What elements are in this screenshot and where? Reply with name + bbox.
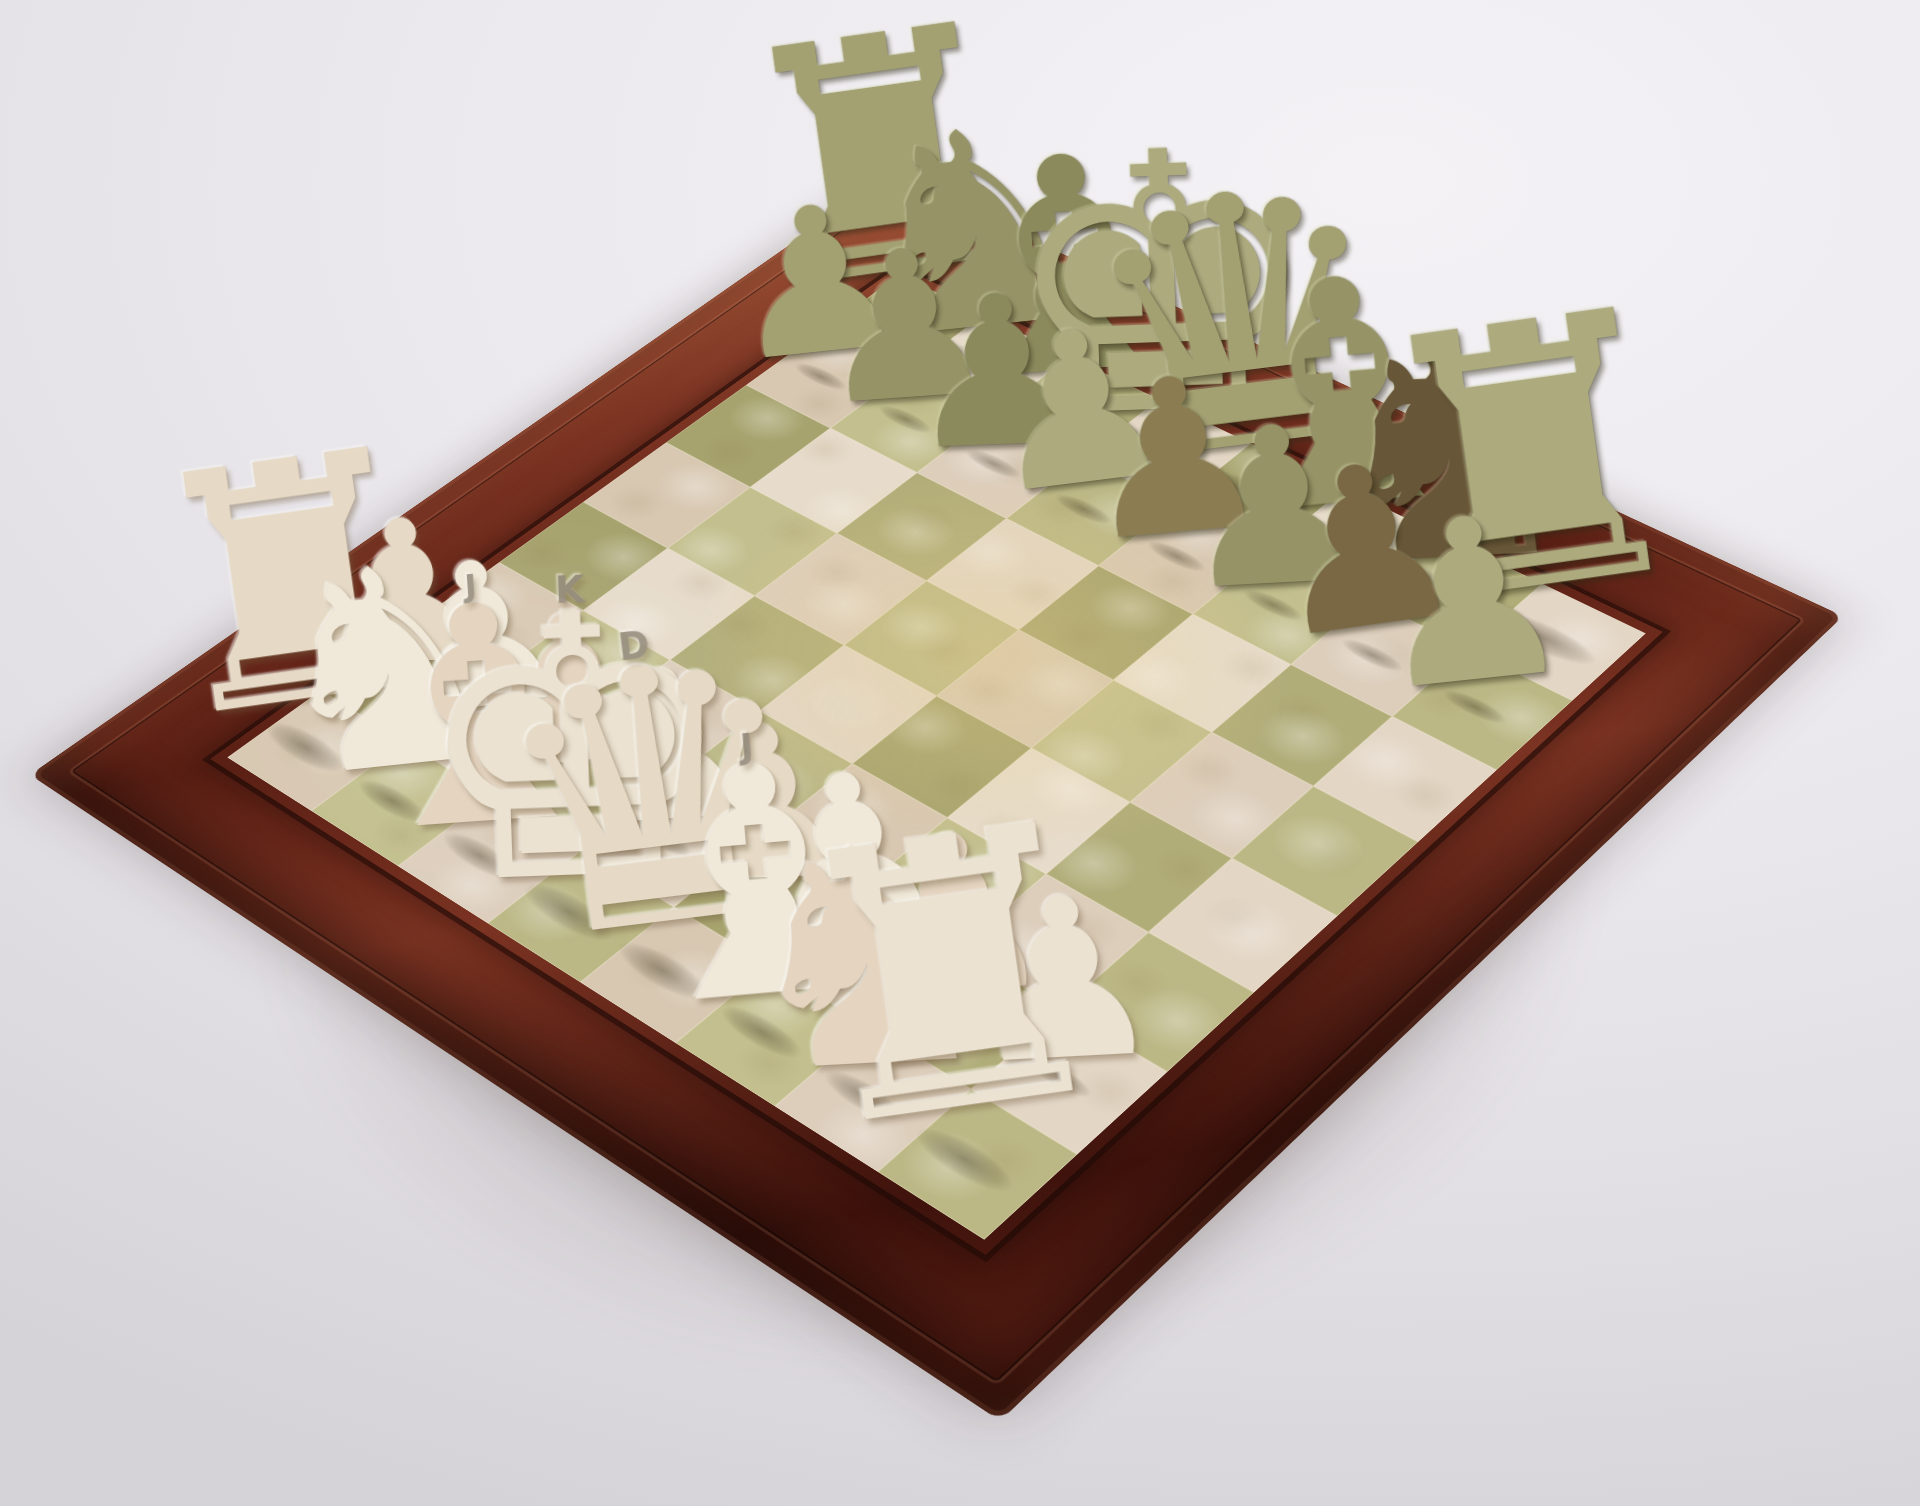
white-rook-glyph: ♜ (760, 770, 1142, 1184)
pencil-mark-d1: D (616, 626, 651, 666)
pencil-mark-c1: J (739, 729, 754, 763)
scene: ♜♞♝♚♛♝♞♜♟♟♟♟♟♟♟♟♟♟♟♟♟♟♟♟♜♞♝J♚K♛D♝J♞♜ (0, 0, 1920, 1506)
black-pawn-glyph: ♟ (1359, 479, 1582, 722)
chess-board: ♜♞♝♚♛♝♞♜♟♟♟♟♟♟♟♟♟♟♟♟♟♟♟♟♜♞♝J♚K♛D♝J♞♜ (29, 174, 1842, 1421)
camera-tilt: ♜♞♝♚♛♝♞♜♟♟♟♟♟♟♟♟♟♟♟♟♟♟♟♟♜♞♝J♚K♛D♝J♞♜ (0, 0, 1920, 1506)
